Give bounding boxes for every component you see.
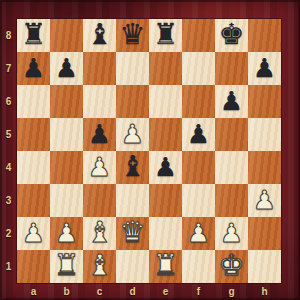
file-label-b: b [50,283,83,300]
square-b7[interactable]: ♟ [50,52,83,85]
square-f3[interactable] [182,184,215,217]
rank-label-4: 4 [0,151,17,184]
file-label-a: a [17,283,50,300]
square-b2[interactable]: ♟ [50,217,83,250]
rank-label-7: 7 [0,52,17,85]
square-d8[interactable]: ♛ [116,19,149,52]
rank-label-3: 3 [0,184,17,217]
square-c7[interactable] [83,52,116,85]
file-label-h: h [248,283,281,300]
square-a4[interactable] [17,151,50,184]
square-c8[interactable]: ♝ [83,19,116,52]
square-e4[interactable]: ♟ [149,151,182,184]
square-c1[interactable]: ♝ [83,250,116,283]
file-label-c: c [83,283,116,300]
black-pawn-a7[interactable]: ♟ [22,55,45,81]
square-f8[interactable] [182,19,215,52]
white-rook-e1[interactable]: ♜ [153,251,179,280]
square-g7[interactable] [215,52,248,85]
white-pawn-g2[interactable]: ♟ [220,220,243,246]
rank-label-2: 2 [0,217,17,250]
square-d1[interactable] [116,250,149,283]
square-e3[interactable] [149,184,182,217]
square-g8[interactable]: ♚ [215,19,248,52]
square-c3[interactable] [83,184,116,217]
square-g4[interactable] [215,151,248,184]
file-label-f: f [182,283,215,300]
black-pawn-b7[interactable]: ♟ [55,55,78,81]
file-label-e: e [149,283,182,300]
square-a7[interactable]: ♟ [17,52,50,85]
square-h8[interactable] [248,19,281,52]
black-bishop-d4[interactable]: ♝ [120,152,146,181]
black-rook-e8[interactable]: ♜ [153,20,179,49]
square-c5[interactable]: ♟ [83,118,116,151]
chess-board-frame: ♜♝♛♜♚♟♟♟♟♟♟♟♟♝♟♟♟♟♝♛♟♟♜♝♜♚ 87654321abcde… [0,0,300,300]
white-pawn-a2[interactable]: ♟ [22,220,45,246]
square-h6[interactable] [248,85,281,118]
black-pawn-f5[interactable]: ♟ [187,121,210,147]
black-king-g8[interactable]: ♚ [219,20,245,49]
square-b6[interactable] [50,85,83,118]
white-pawn-d5[interactable]: ♟ [121,121,144,147]
square-d2[interactable]: ♛ [116,217,149,250]
square-a3[interactable] [17,184,50,217]
square-f6[interactable] [182,85,215,118]
square-f4[interactable] [182,151,215,184]
square-a8[interactable]: ♜ [17,19,50,52]
rank-label-8: 8 [0,19,17,52]
square-a2[interactable]: ♟ [17,217,50,250]
rank-label-5: 5 [0,118,17,151]
white-bishop-c2[interactable]: ♝ [87,218,113,247]
square-h7[interactable]: ♟ [248,52,281,85]
square-f1[interactable] [182,250,215,283]
square-g1[interactable]: ♚ [215,250,248,283]
square-h3[interactable]: ♟ [248,184,281,217]
square-a5[interactable] [17,118,50,151]
square-h5[interactable] [248,118,281,151]
black-queen-d8[interactable]: ♛ [120,20,146,49]
square-e1[interactable]: ♜ [149,250,182,283]
white-pawn-b2[interactable]: ♟ [55,220,78,246]
white-rook-b1[interactable]: ♜ [54,251,80,280]
square-f5[interactable]: ♟ [182,118,215,151]
black-bishop-c8[interactable]: ♝ [87,20,113,49]
square-a1[interactable] [17,250,50,283]
square-e6[interactable] [149,85,182,118]
square-e7[interactable] [149,52,182,85]
square-e2[interactable] [149,217,182,250]
square-f7[interactable] [182,52,215,85]
square-h2[interactable] [248,217,281,250]
square-g6[interactable]: ♟ [215,85,248,118]
white-pawn-h3[interactable]: ♟ [253,187,276,213]
square-c2[interactable]: ♝ [83,217,116,250]
black-pawn-c5[interactable]: ♟ [88,121,111,147]
white-pawn-c4[interactable]: ♟ [88,154,111,180]
white-pawn-f2[interactable]: ♟ [187,220,210,246]
white-bishop-c1[interactable]: ♝ [87,251,113,280]
square-d3[interactable] [116,184,149,217]
black-pawn-e4[interactable]: ♟ [154,154,177,180]
square-g2[interactable]: ♟ [215,217,248,250]
square-g3[interactable] [215,184,248,217]
square-c6[interactable] [83,85,116,118]
white-king-g1[interactable]: ♚ [219,251,245,280]
square-b5[interactable] [50,118,83,151]
square-a6[interactable] [17,85,50,118]
rank-label-1: 1 [0,250,17,283]
square-b8[interactable] [50,19,83,52]
square-b4[interactable] [50,151,83,184]
square-d4[interactable]: ♝ [116,151,149,184]
square-d5[interactable]: ♟ [116,118,149,151]
square-d6[interactable] [116,85,149,118]
black-pawn-h7[interactable]: ♟ [253,55,276,81]
square-f2[interactable]: ♟ [182,217,215,250]
square-b3[interactable] [50,184,83,217]
chess-board: ♜♝♛♜♚♟♟♟♟♟♟♟♟♝♟♟♟♟♝♛♟♟♜♝♜♚ [17,19,281,283]
square-d7[interactable] [116,52,149,85]
square-e8[interactable]: ♜ [149,19,182,52]
black-pawn-g6[interactable]: ♟ [220,88,243,114]
square-g5[interactable] [215,118,248,151]
file-label-d: d [116,283,149,300]
square-e5[interactable] [149,118,182,151]
square-c4[interactable]: ♟ [83,151,116,184]
white-queen-d2[interactable]: ♛ [120,218,146,247]
file-label-g: g [215,283,248,300]
square-h4[interactable] [248,151,281,184]
black-rook-a8[interactable]: ♜ [21,20,47,49]
square-h1[interactable] [248,250,281,283]
rank-label-6: 6 [0,85,17,118]
square-b1[interactable]: ♜ [50,250,83,283]
